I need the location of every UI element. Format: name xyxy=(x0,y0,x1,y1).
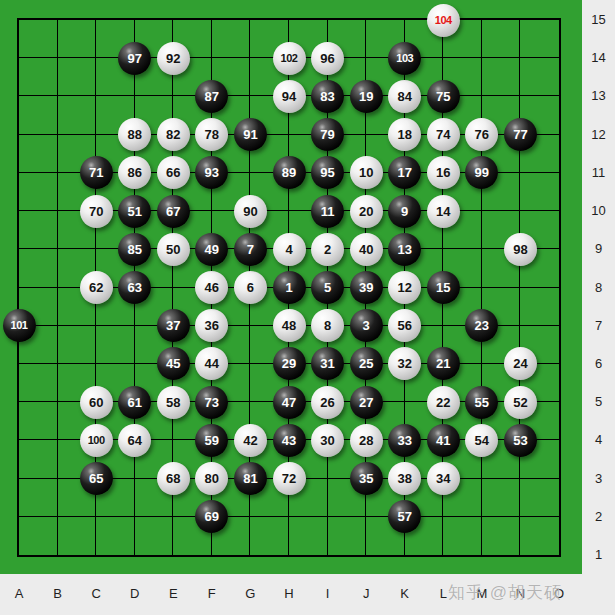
stone-white-10-J11: 10 xyxy=(350,156,383,189)
stone-black-101-A7: 101 xyxy=(3,309,36,342)
stone-white-74-L12: 74 xyxy=(427,118,460,151)
stone-black-75-L13: 75 xyxy=(427,80,460,113)
grid-cell xyxy=(19,20,58,58)
grid-cell xyxy=(19,402,58,440)
stone-white-68-E3: 68 xyxy=(157,462,190,495)
stone-black-97-D14: 97 xyxy=(118,42,151,75)
grid-cell xyxy=(58,20,97,58)
grid-cell xyxy=(482,20,521,58)
grid-cell xyxy=(58,517,97,555)
grid-cell xyxy=(19,249,58,287)
grid-cell xyxy=(19,517,58,555)
stone-black-55-M5: 55 xyxy=(465,386,498,419)
stone-black-1-H8: 1 xyxy=(273,271,306,304)
row-label-1: 1 xyxy=(582,547,615,562)
stone-white-50-E9: 50 xyxy=(157,233,190,266)
row-label-11: 11 xyxy=(582,165,615,180)
stone-black-49-F9: 49 xyxy=(195,233,228,266)
stone-black-77-N12: 77 xyxy=(504,118,537,151)
column-label-C: C xyxy=(83,586,109,601)
stone-white-90-G10: 90 xyxy=(234,195,267,228)
row-label-4: 4 xyxy=(582,432,615,447)
stone-black-45-E6: 45 xyxy=(157,347,190,380)
column-label-E: E xyxy=(160,586,186,601)
row-label-12: 12 xyxy=(582,127,615,142)
row-label-6: 6 xyxy=(582,356,615,371)
stone-white-72-H3: 72 xyxy=(273,462,306,495)
stone-black-61-D5: 61 xyxy=(118,386,151,419)
grid-cell xyxy=(520,173,559,211)
stone-white-40-J9: 40 xyxy=(350,233,383,266)
stone-black-15-L8: 15 xyxy=(427,271,460,304)
stone-white-6-G8: 6 xyxy=(234,271,267,304)
stone-black-7-G9: 7 xyxy=(234,233,267,266)
stone-white-48-H7: 48 xyxy=(273,309,306,342)
grid-cell xyxy=(328,517,367,555)
row-label-14: 14 xyxy=(582,50,615,65)
stone-white-4-H9: 4 xyxy=(273,233,306,266)
stone-black-3-J7: 3 xyxy=(350,309,383,342)
grid-cell xyxy=(482,517,521,555)
grid-cell xyxy=(58,326,97,364)
column-label-G: G xyxy=(237,586,263,601)
row-label-3: 3 xyxy=(582,471,615,486)
row-label-7: 7 xyxy=(582,318,615,333)
row-label-2: 2 xyxy=(582,509,615,524)
stone-white-16-L11: 16 xyxy=(427,156,460,189)
stone-black-73-F5: 73 xyxy=(195,386,228,419)
grid-cell xyxy=(289,517,328,555)
stone-black-35-J3: 35 xyxy=(350,462,383,495)
stone-black-67-E10: 67 xyxy=(157,195,190,228)
grid-cell xyxy=(96,517,135,555)
column-label-J: J xyxy=(353,586,379,601)
stone-black-37-E7: 37 xyxy=(157,309,190,342)
stone-black-43-H4: 43 xyxy=(273,424,306,457)
stone-white-12-K8: 12 xyxy=(388,271,421,304)
gomoku-board-screen: 1234567891011121314151617181920212223242… xyxy=(0,0,615,615)
grid-cell xyxy=(135,517,174,555)
column-label-D: D xyxy=(122,586,148,601)
stone-white-26-I5: 26 xyxy=(311,386,344,419)
row-label-13: 13 xyxy=(582,88,615,103)
grid-cell xyxy=(520,479,559,517)
stone-white-70-C10: 70 xyxy=(80,195,113,228)
grid-cell xyxy=(250,517,289,555)
stone-white-102-H14: 102 xyxy=(273,42,306,75)
stone-black-59-F4: 59 xyxy=(195,424,228,457)
grid-cell xyxy=(96,326,135,364)
grid-cell xyxy=(58,96,97,134)
stone-white-52-N5: 52 xyxy=(504,386,537,419)
stone-black-79-I12: 79 xyxy=(311,118,344,151)
column-label-A: A xyxy=(6,586,32,601)
grid-cell xyxy=(19,440,58,478)
stone-white-84-K13: 84 xyxy=(388,80,421,113)
column-label-B: B xyxy=(45,586,71,601)
row-label-15: 15 xyxy=(582,12,615,27)
grid-cell xyxy=(212,20,251,58)
stone-black-89-H11: 89 xyxy=(273,156,306,189)
column-label-K: K xyxy=(392,586,418,601)
grid-cell xyxy=(19,211,58,249)
stone-black-83-I13: 83 xyxy=(311,80,344,113)
stone-black-9-K10: 9 xyxy=(388,195,421,228)
row-label-5: 5 xyxy=(582,394,615,409)
stone-white-34-L3: 34 xyxy=(427,462,460,495)
grid-cell xyxy=(19,96,58,134)
row-label-8: 8 xyxy=(582,280,615,295)
stone-white-94-H13: 94 xyxy=(273,80,306,113)
grid-cell xyxy=(19,364,58,402)
stone-white-62-C8: 62 xyxy=(80,271,113,304)
grid-cell xyxy=(482,58,521,96)
grid-cell xyxy=(58,58,97,96)
stone-black-41-L4: 41 xyxy=(427,424,460,457)
stone-white-96-I14: 96 xyxy=(311,42,344,75)
grid-cell xyxy=(482,479,521,517)
stone-black-91-G12: 91 xyxy=(234,118,267,151)
stone-black-27-J5: 27 xyxy=(350,386,383,419)
stone-white-20-J10: 20 xyxy=(350,195,383,228)
watermark-zhihu: 知乎 @胡天硕 xyxy=(448,581,613,604)
column-label-H: H xyxy=(276,586,302,601)
stone-black-103-K14: 103 xyxy=(388,42,421,75)
stone-white-28-J4: 28 xyxy=(350,424,383,457)
grid-cell xyxy=(443,517,482,555)
stone-black-21-L6: 21 xyxy=(427,347,460,380)
grid-cell xyxy=(19,173,58,211)
grid-cell xyxy=(520,288,559,326)
stone-white-92-E14: 92 xyxy=(157,42,190,75)
stone-black-19-J13: 19 xyxy=(350,80,383,113)
stone-white-60-C5: 60 xyxy=(80,386,113,419)
column-label-I: I xyxy=(315,586,341,601)
stone-black-81-G3: 81 xyxy=(234,462,267,495)
stone-white-100-C4: 100 xyxy=(80,424,113,457)
stone-white-64-D4: 64 xyxy=(118,424,151,457)
stone-black-47-H5: 47 xyxy=(273,386,306,419)
stone-black-33-K4: 33 xyxy=(388,424,421,457)
stone-black-85-D9: 85 xyxy=(118,233,151,266)
stone-white-104-L15: 104 xyxy=(427,4,460,37)
stone-white-2-I9: 2 xyxy=(311,233,344,266)
stone-black-71-C11: 71 xyxy=(80,156,113,189)
stone-black-63-D8: 63 xyxy=(118,271,151,304)
stone-white-82-E12: 82 xyxy=(157,118,190,151)
goban[interactable]: 1234567891011121314151617181920212223242… xyxy=(0,0,582,574)
stone-white-14-L10: 14 xyxy=(427,195,460,228)
stone-black-11-I10: 11 xyxy=(311,195,344,228)
stone-black-51-D10: 51 xyxy=(118,195,151,228)
row-label-10: 10 xyxy=(582,203,615,218)
row-label-9: 9 xyxy=(582,241,615,256)
grid-cell xyxy=(19,135,58,173)
stone-white-66-E11: 66 xyxy=(157,156,190,189)
stone-black-29-H6: 29 xyxy=(273,347,306,380)
grid-cell xyxy=(520,517,559,555)
stone-white-30-I4: 30 xyxy=(311,424,344,457)
stone-white-58-E5: 58 xyxy=(157,386,190,419)
stone-white-22-L5: 22 xyxy=(427,386,460,419)
stone-white-98-N9: 98 xyxy=(504,233,537,266)
column-label-F: F xyxy=(199,586,225,601)
stone-black-39-J8: 39 xyxy=(350,271,383,304)
grid-cell xyxy=(19,479,58,517)
grid-cell xyxy=(520,20,559,58)
stone-black-65-C3: 65 xyxy=(80,462,113,495)
stone-black-5-I8: 5 xyxy=(311,271,344,304)
grid-cell xyxy=(19,58,58,96)
stone-black-25-J6: 25 xyxy=(350,347,383,380)
stone-white-42-G4: 42 xyxy=(234,424,267,457)
stone-black-53-N4: 53 xyxy=(504,424,537,457)
grid-cell xyxy=(520,58,559,96)
stone-black-13-K9: 13 xyxy=(388,233,421,266)
stone-white-54-M4: 54 xyxy=(465,424,498,457)
